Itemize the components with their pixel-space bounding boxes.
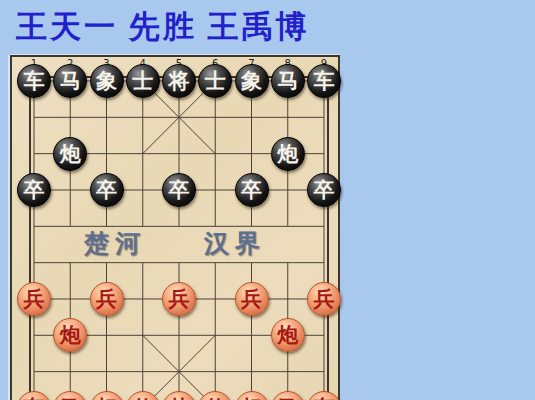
- black-cannon[interactable]: 炮: [271, 137, 305, 171]
- black-cannon[interactable]: 炮: [53, 137, 87, 171]
- black-rook[interactable]: 车: [17, 64, 51, 98]
- river-label-han: 汉界: [204, 227, 266, 260]
- black-advisor[interactable]: 士: [198, 64, 232, 98]
- red-soldier[interactable]: 兵: [17, 282, 51, 316]
- red-soldier[interactable]: 兵: [90, 282, 124, 316]
- red-soldier[interactable]: 兵: [235, 282, 269, 316]
- black-advisor[interactable]: 士: [126, 64, 160, 98]
- red-cannon[interactable]: 炮: [53, 318, 87, 352]
- app-window: { "title": "王天一 先胜 王禹博", "game": "xiangq…: [0, 0, 535, 400]
- river-label-chu: 楚河: [84, 227, 146, 260]
- black-soldier[interactable]: 卒: [235, 173, 269, 207]
- black-soldier[interactable]: 卒: [17, 173, 51, 207]
- black-elephant[interactable]: 象: [235, 64, 269, 98]
- game-title: 王天一 先胜 王禹博: [16, 6, 310, 48]
- black-horse[interactable]: 马: [271, 64, 305, 98]
- red-soldier[interactable]: 兵: [162, 282, 196, 316]
- black-soldier[interactable]: 卒: [307, 173, 341, 207]
- red-soldier[interactable]: 兵: [307, 282, 341, 316]
- black-soldier[interactable]: 卒: [162, 173, 196, 207]
- xiangqi-board: 123456789 楚河 汉界 车马象士将士象马车炮炮卒卒卒卒卒兵兵兵兵兵炮炮车…: [10, 55, 340, 400]
- black-elephant[interactable]: 象: [90, 64, 124, 98]
- black-horse[interactable]: 马: [53, 64, 87, 98]
- river-band: 楚河 汉界: [12, 223, 338, 263]
- black-rook[interactable]: 车: [307, 64, 341, 98]
- black-soldier[interactable]: 卒: [90, 173, 124, 207]
- red-cannon[interactable]: 炮: [271, 318, 305, 352]
- black-general[interactable]: 将: [162, 64, 196, 98]
